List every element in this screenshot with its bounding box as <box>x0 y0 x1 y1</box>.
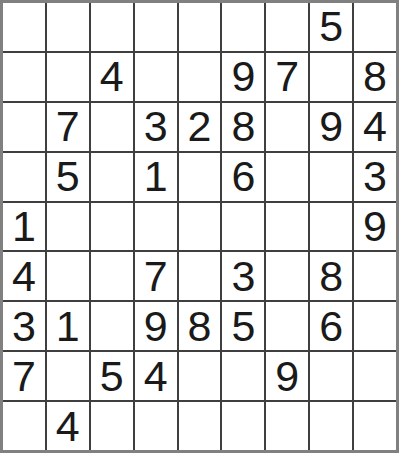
cell-r2c2[interactable] <box>47 53 89 101</box>
cell-r5c6[interactable] <box>222 203 264 251</box>
cell-r9c4[interactable] <box>135 402 177 450</box>
sudoku-puzzle: 54978732894516319473831985675494 <box>0 0 399 453</box>
cell-r4c8[interactable] <box>310 153 352 201</box>
cell-r3c8[interactable]: 9 <box>310 103 352 151</box>
cell-r7c9[interactable] <box>354 302 396 350</box>
cell-r6c5[interactable] <box>179 252 221 300</box>
cell-r6c8[interactable]: 8 <box>310 252 352 300</box>
cell-r5c5[interactable] <box>179 203 221 251</box>
cell-r1c6[interactable] <box>222 3 264 51</box>
cell-r2c6[interactable]: 9 <box>222 53 264 101</box>
cell-r7c6[interactable]: 5 <box>222 302 264 350</box>
cell-r5c9[interactable]: 9 <box>354 203 396 251</box>
cell-r4c6[interactable]: 6 <box>222 153 264 201</box>
cell-r5c3[interactable] <box>91 203 133 251</box>
cell-r6c3[interactable] <box>91 252 133 300</box>
cell-r7c3[interactable] <box>91 302 133 350</box>
cell-r9c2[interactable]: 4 <box>47 402 89 450</box>
cell-r9c7[interactable] <box>266 402 308 450</box>
cell-r8c2[interactable] <box>47 352 89 400</box>
cell-r7c4[interactable]: 9 <box>135 302 177 350</box>
cell-r1c3[interactable] <box>91 3 133 51</box>
cell-r9c5[interactable] <box>179 402 221 450</box>
cell-r4c4[interactable]: 1 <box>135 153 177 201</box>
cell-r8c9[interactable] <box>354 352 396 400</box>
cell-r9c6[interactable] <box>222 402 264 450</box>
cell-r5c1[interactable]: 1 <box>3 203 45 251</box>
cell-r8c4[interactable]: 4 <box>135 352 177 400</box>
cell-r4c2[interactable]: 5 <box>47 153 89 201</box>
cell-r2c5[interactable] <box>179 53 221 101</box>
cell-r9c9[interactable] <box>354 402 396 450</box>
cell-r1c2[interactable] <box>47 3 89 51</box>
cell-r8c3[interactable]: 5 <box>91 352 133 400</box>
cell-r2c4[interactable] <box>135 53 177 101</box>
cell-r5c8[interactable] <box>310 203 352 251</box>
cell-r3c5[interactable]: 2 <box>179 103 221 151</box>
cell-r2c7[interactable]: 7 <box>266 53 308 101</box>
cell-r7c8[interactable]: 6 <box>310 302 352 350</box>
cell-r1c1[interactable] <box>3 3 45 51</box>
cell-r4c7[interactable] <box>266 153 308 201</box>
cell-r2c8[interactable] <box>310 53 352 101</box>
cell-r2c1[interactable] <box>3 53 45 101</box>
cell-r3c9[interactable]: 4 <box>354 103 396 151</box>
cell-r5c7[interactable] <box>266 203 308 251</box>
cell-r6c6[interactable]: 3 <box>222 252 264 300</box>
cell-r8c8[interactable] <box>310 352 352 400</box>
cell-r3c3[interactable] <box>91 103 133 151</box>
cell-r1c4[interactable] <box>135 3 177 51</box>
cell-r7c1[interactable]: 3 <box>3 302 45 350</box>
sudoku-board: 54978732894516319473831985675494 <box>0 0 399 453</box>
cell-r4c3[interactable] <box>91 153 133 201</box>
cell-r4c1[interactable] <box>3 153 45 201</box>
cell-r1c9[interactable] <box>354 3 396 51</box>
cell-r7c5[interactable]: 8 <box>179 302 221 350</box>
cell-r3c2[interactable]: 7 <box>47 103 89 151</box>
cell-r4c5[interactable] <box>179 153 221 201</box>
cell-r3c4[interactable]: 3 <box>135 103 177 151</box>
cell-r5c4[interactable] <box>135 203 177 251</box>
cell-r7c2[interactable]: 1 <box>47 302 89 350</box>
cell-r6c1[interactable]: 4 <box>3 252 45 300</box>
cell-r3c6[interactable]: 8 <box>222 103 264 151</box>
cell-r2c9[interactable]: 8 <box>354 53 396 101</box>
cell-r5c2[interactable] <box>47 203 89 251</box>
cell-r3c7[interactable] <box>266 103 308 151</box>
cell-r9c8[interactable] <box>310 402 352 450</box>
cell-r1c8[interactable]: 5 <box>310 3 352 51</box>
cell-r6c7[interactable] <box>266 252 308 300</box>
cell-r6c9[interactable] <box>354 252 396 300</box>
cell-r1c7[interactable] <box>266 3 308 51</box>
cell-r1c5[interactable] <box>179 3 221 51</box>
cell-r3c1[interactable] <box>3 103 45 151</box>
cell-r6c2[interactable] <box>47 252 89 300</box>
cell-r8c6[interactable] <box>222 352 264 400</box>
cell-r4c9[interactable]: 3 <box>354 153 396 201</box>
cell-r8c7[interactable]: 9 <box>266 352 308 400</box>
cell-r7c7[interactable] <box>266 302 308 350</box>
cell-r2c3[interactable]: 4 <box>91 53 133 101</box>
cell-r9c3[interactable] <box>91 402 133 450</box>
cell-r9c1[interactable] <box>3 402 45 450</box>
cell-r8c1[interactable]: 7 <box>3 352 45 400</box>
cell-r8c5[interactable] <box>179 352 221 400</box>
cell-r6c4[interactable]: 7 <box>135 252 177 300</box>
